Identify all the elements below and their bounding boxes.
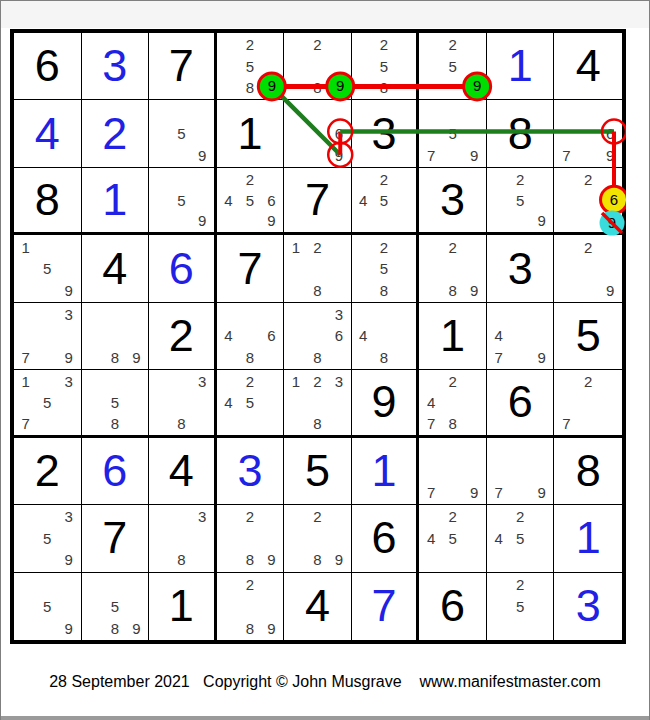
candidates: 159: [15, 236, 80, 300]
candidates: 79: [488, 439, 553, 503]
cell-r1c3[interactable]: 7: [149, 33, 217, 100]
candidate-9: 9: [192, 211, 213, 232]
candidates: 38: [150, 371, 213, 433]
given-digit: 4: [554, 33, 622, 99]
candidates: 245: [488, 506, 553, 570]
cell-r3c2[interactable]: 1: [82, 168, 150, 235]
candidates: 289: [218, 574, 283, 639]
candidate-2: 2: [239, 574, 261, 596]
candidate-2: 2: [577, 169, 599, 190]
candidates: 289: [285, 506, 350, 570]
cell-r6c3[interactable]: 38: [149, 370, 217, 437]
candidate-8: 8: [239, 77, 261, 98]
cell-r9c4[interactable]: 289: [217, 573, 285, 640]
solved-digit: 1: [82, 168, 149, 232]
cell-r5c6[interactable]: 48: [352, 303, 420, 370]
cell-r8c4[interactable]: 289: [217, 505, 285, 572]
candidate-3: 3: [328, 304, 350, 325]
candidates: 259: [420, 34, 485, 98]
candidate-9: 9: [126, 617, 148, 639]
cell-r1c6[interactable]: 258: [352, 33, 420, 100]
candidate-6: 6: [328, 123, 350, 144]
candidate-7: 7: [15, 347, 37, 368]
given-digit: 7: [284, 168, 351, 232]
given-digit: 4: [284, 573, 351, 640]
solved-digit: 3: [217, 438, 284, 504]
candidate-8: 8: [374, 279, 395, 300]
candidates: 289: [218, 506, 283, 570]
candidate-8: 8: [374, 77, 395, 98]
cell-r6c6[interactable]: 9: [352, 370, 420, 437]
candidate-3: 3: [192, 506, 213, 527]
solved-digit: 1: [487, 33, 554, 99]
given-digit: 8: [554, 438, 622, 504]
candidate-8: 8: [239, 347, 261, 368]
candidate-9: 9: [463, 144, 485, 165]
cell-r5c2[interactable]: 89: [82, 303, 150, 370]
cell-r8c3[interactable]: 38: [149, 505, 217, 572]
given-digit: 6: [487, 370, 554, 434]
candidates: 29: [555, 236, 621, 300]
candidates: 368: [285, 304, 350, 368]
candidate-2: 2: [442, 506, 464, 527]
candidates: 258: [353, 236, 416, 300]
candidate-8: 8: [442, 413, 464, 434]
cell-r3c8[interactable]: 259: [487, 168, 555, 235]
candidate-3: 3: [192, 371, 213, 392]
given-digit: 1: [419, 303, 486, 369]
candidate-6: 6: [261, 325, 283, 346]
solved-digit: 1: [352, 438, 417, 504]
candidate-9: 9: [463, 279, 485, 300]
cell-r4c5[interactable]: 128: [284, 235, 352, 302]
given-digit: 2: [14, 438, 81, 504]
candidate-5: 5: [37, 595, 59, 617]
candidate-2: 2: [374, 169, 395, 190]
cell-r1c4[interactable]: 2589: [217, 33, 285, 100]
given-digit: 4: [82, 235, 149, 301]
cell-r6c1[interactable]: 1357: [14, 370, 82, 437]
cell-r4c7[interactable]: 289: [419, 235, 487, 302]
candidates: 79: [420, 439, 485, 503]
candidate-4: 4: [420, 528, 442, 549]
candidate-9: 9: [599, 279, 621, 300]
cell-r8c8[interactable]: 245: [487, 505, 555, 572]
candidates: 259: [488, 169, 553, 231]
cell-r3c6[interactable]: 245: [352, 168, 420, 235]
cell-r9c9[interactable]: 3: [554, 573, 622, 640]
given-digit: 4: [149, 438, 214, 504]
cell-r4c8[interactable]: 3: [487, 235, 555, 302]
candidate-9: 9: [599, 211, 621, 232]
candidate-9: 9: [599, 144, 621, 165]
given-digit: 7: [217, 235, 284, 301]
cell-r6c4[interactable]: 245: [217, 370, 285, 437]
bottom-band: [1, 716, 649, 720]
candidate-5: 5: [374, 55, 395, 76]
given-digit: 5: [284, 438, 351, 504]
candidate-8: 8: [307, 347, 329, 368]
candidates: 1357: [15, 371, 80, 433]
cell-r2c6[interactable]: 3: [352, 100, 420, 167]
cell-r6c5[interactable]: 1238: [284, 370, 352, 437]
footer-text: 28 September 2021 Copyright © John Musgr…: [0, 673, 650, 691]
given-digit: 3: [352, 100, 417, 166]
candidate-7: 7: [488, 347, 510, 368]
cell-r3c7[interactable]: 3: [419, 168, 487, 235]
candidates: 679: [555, 101, 621, 165]
candidate-2: 2: [442, 371, 464, 392]
cell-r6c7[interactable]: 2478: [419, 370, 487, 437]
candidate-3: 3: [58, 304, 80, 325]
cell-r2c4[interactable]: 1: [217, 100, 285, 167]
candidate-2: 2: [307, 236, 329, 257]
candidates: 468: [218, 304, 283, 368]
candidate-2: 2: [239, 506, 261, 527]
candidate-4: 4: [218, 325, 240, 346]
cell-r6c8[interactable]: 6: [487, 370, 555, 437]
candidate-9: 9: [126, 347, 148, 368]
candidate-8: 8: [307, 549, 329, 570]
cell-r8c1[interactable]: 359: [14, 505, 82, 572]
cell-r7c8[interactable]: 79: [487, 438, 555, 505]
top-band: [1, 1, 649, 28]
candidate-9: 9: [58, 617, 80, 639]
solved-digit: 3: [82, 33, 149, 99]
candidate-8: 8: [307, 279, 329, 300]
cell-r9c3[interactable]: 1: [149, 573, 217, 640]
candidate-5: 5: [509, 595, 531, 617]
cell-r7c6[interactable]: 1: [352, 438, 420, 505]
candidate-7: 7: [488, 482, 510, 503]
candidate-8: 8: [374, 347, 395, 368]
candidate-9: 9: [261, 77, 283, 98]
candidate-2: 2: [509, 169, 531, 190]
cell-r6c2[interactable]: 58: [82, 370, 150, 437]
given-digit: 2: [149, 303, 214, 369]
candidate-5: 5: [442, 123, 464, 144]
candidate-1: 1: [285, 371, 307, 392]
cell-r8c5[interactable]: 289: [284, 505, 352, 572]
solved-digit: 6: [82, 438, 149, 504]
candidate-9: 9: [463, 77, 485, 98]
given-digit: 7: [82, 505, 149, 571]
candidates: 89: [83, 304, 148, 368]
candidate-8: 8: [104, 413, 126, 434]
candidates: 245: [420, 506, 485, 570]
candidate-2: 2: [442, 34, 464, 55]
candidate-6: 6: [599, 123, 621, 144]
cell-r9c2[interactable]: 589: [82, 573, 150, 640]
cell-r1c7[interactable]: 259: [419, 33, 487, 100]
candidate-5: 5: [374, 258, 395, 279]
given-digit: 1: [217, 100, 284, 166]
candidates: 589: [83, 574, 148, 639]
candidate-8: 8: [307, 77, 329, 98]
cell-r4c1[interactable]: 159: [14, 235, 82, 302]
cell-r9c5[interactable]: 4: [284, 573, 352, 640]
candidate-8: 8: [442, 279, 464, 300]
solved-digit: 6: [149, 235, 214, 301]
candidate-3: 3: [328, 371, 350, 392]
sudoku-board: 6372589289258259144259169357986798159245…: [10, 29, 626, 644]
cell-r3c3[interactable]: 59: [149, 168, 217, 235]
candidates: 245: [218, 371, 283, 433]
candidates: 2589: [218, 34, 283, 98]
candidate-7: 7: [555, 413, 577, 434]
candidate-9: 9: [531, 211, 553, 232]
given-digit: 3: [419, 168, 486, 232]
given-digit: 8: [487, 100, 554, 166]
candidate-2: 2: [239, 169, 261, 190]
candidate-7: 7: [420, 482, 442, 503]
cell-r7c7[interactable]: 79: [419, 438, 487, 505]
given-digit: 9: [352, 370, 417, 434]
cell-r3c4[interactable]: 24569: [217, 168, 285, 235]
cell-r3c1[interactable]: 8: [14, 168, 82, 235]
candidate-2: 2: [509, 506, 531, 527]
candidates: 25: [488, 574, 553, 639]
candidates: 269: [555, 169, 621, 231]
solved-digit: 3: [554, 573, 622, 640]
cell-r2c3[interactable]: 59: [149, 100, 217, 167]
cell-r1c1[interactable]: 6: [14, 33, 82, 100]
given-digit: 3: [487, 235, 554, 301]
candidate-4: 4: [488, 528, 510, 549]
candidates: 48: [353, 304, 416, 368]
candidate-5: 5: [239, 190, 261, 211]
cell-r5c5[interactable]: 368: [284, 303, 352, 370]
cell-r5c7[interactable]: 1: [419, 303, 487, 370]
candidate-9: 9: [531, 347, 553, 368]
candidates: 128: [285, 236, 350, 300]
candidate-5: 5: [239, 55, 261, 76]
solved-digit: 7: [352, 573, 417, 640]
candidate-5: 5: [374, 190, 395, 211]
given-digit: 7: [149, 33, 214, 99]
cell-r3c9[interactable]: 269: [554, 168, 622, 235]
candidate-5: 5: [442, 528, 464, 549]
candidate-8: 8: [239, 617, 261, 639]
candidate-1: 1: [285, 236, 307, 257]
cell-r7c2[interactable]: 6: [82, 438, 150, 505]
cell-r8c9[interactable]: 1: [554, 505, 622, 572]
candidates: 59: [150, 169, 213, 231]
cell-r2c5[interactable]: 69: [284, 100, 352, 167]
candidate-8: 8: [307, 413, 329, 434]
candidates: 27: [555, 371, 621, 433]
candidates: 359: [15, 506, 80, 570]
candidate-8: 8: [239, 549, 261, 570]
given-digit: 8: [14, 168, 81, 232]
cell-r9c7[interactable]: 6: [419, 573, 487, 640]
candidate-5: 5: [171, 190, 192, 211]
cell-r7c5[interactable]: 5: [284, 438, 352, 505]
solved-digit: 1: [554, 505, 622, 571]
candidate-9: 9: [58, 347, 80, 368]
cell-r2c2[interactable]: 2: [82, 100, 150, 167]
candidates: 38: [150, 506, 213, 570]
cell-r7c1[interactable]: 2: [14, 438, 82, 505]
candidate-3: 3: [58, 506, 80, 527]
cell-r3c5[interactable]: 7: [284, 168, 352, 235]
candidate-2: 2: [239, 371, 261, 392]
candidate-4: 4: [488, 325, 510, 346]
cell-r4c3[interactable]: 6: [149, 235, 217, 302]
candidate-9: 9: [531, 482, 553, 503]
candidate-1: 1: [15, 371, 37, 392]
candidate-5: 5: [239, 392, 261, 413]
candidate-9: 9: [328, 549, 350, 570]
candidate-2: 2: [509, 574, 531, 596]
given-digit: 1: [149, 573, 214, 640]
cell-r7c3[interactable]: 4: [149, 438, 217, 505]
cell-r8c2[interactable]: 7: [82, 505, 150, 572]
cell-r9c1[interactable]: 59: [14, 573, 82, 640]
candidates: 245: [353, 169, 416, 231]
candidate-9: 9: [261, 549, 283, 570]
candidate-1: 1: [15, 236, 37, 257]
candidates: 59: [150, 101, 213, 165]
candidate-6: 6: [328, 325, 350, 346]
candidate-5: 5: [509, 190, 531, 211]
candidate-2: 2: [577, 236, 599, 257]
candidate-7: 7: [420, 144, 442, 165]
candidates: 59: [15, 574, 80, 639]
candidate-5: 5: [509, 528, 531, 549]
cell-r1c8[interactable]: 1: [487, 33, 555, 100]
candidate-8: 8: [104, 347, 126, 368]
given-digit: 6: [14, 33, 81, 99]
cell-r5c3[interactable]: 2: [149, 303, 217, 370]
candidate-2: 2: [307, 34, 329, 55]
candidate-2: 2: [577, 371, 599, 392]
candidate-5: 5: [171, 123, 192, 144]
candidate-9: 9: [192, 144, 213, 165]
cell-r2c7[interactable]: 579: [419, 100, 487, 167]
candidate-8: 8: [104, 617, 126, 639]
candidate-5: 5: [37, 258, 59, 279]
cell-r5c8[interactable]: 479: [487, 303, 555, 370]
candidate-9: 9: [328, 144, 350, 165]
cell-r9c8[interactable]: 25: [487, 573, 555, 640]
cell-r4c4[interactable]: 7: [217, 235, 285, 302]
cell-r6c9[interactable]: 27: [554, 370, 622, 437]
candidates: 58: [83, 371, 148, 433]
cell-r2c9[interactable]: 679: [554, 100, 622, 167]
candidate-2: 2: [442, 236, 464, 257]
solved-digit: 4: [14, 100, 81, 166]
candidate-6: 6: [261, 190, 283, 211]
cell-r8c7[interactable]: 245: [419, 505, 487, 572]
candidate-2: 2: [307, 371, 329, 392]
candidate-4: 4: [353, 325, 374, 346]
candidate-4: 4: [420, 392, 442, 413]
cell-r5c4[interactable]: 468: [217, 303, 285, 370]
given-digit: 6: [352, 505, 417, 571]
given-digit: 5: [554, 303, 622, 369]
candidate-9: 9: [261, 617, 283, 639]
candidate-4: 4: [218, 190, 240, 211]
candidates: 289: [285, 34, 350, 98]
candidate-8: 8: [171, 549, 192, 570]
candidate-9: 9: [328, 77, 350, 98]
candidates: 579: [420, 101, 485, 165]
candidate-5: 5: [37, 528, 59, 549]
candidate-6: 6: [599, 190, 621, 211]
cell-r9c6[interactable]: 7: [352, 573, 420, 640]
cell-r7c9[interactable]: 8: [554, 438, 622, 505]
cell-r1c5[interactable]: 289: [284, 33, 352, 100]
candidate-5: 5: [37, 392, 59, 413]
candidate-5: 5: [104, 392, 126, 413]
cell-r4c9[interactable]: 29: [554, 235, 622, 302]
given-digit: 6: [419, 573, 486, 640]
candidate-4: 4: [218, 392, 240, 413]
candidate-2: 2: [307, 506, 329, 527]
candidates: 1238: [285, 371, 350, 433]
candidate-2: 2: [374, 34, 395, 55]
candidates: 289: [420, 236, 485, 300]
cell-r4c2[interactable]: 4: [82, 235, 150, 302]
candidate-8: 8: [171, 413, 192, 434]
candidate-7: 7: [420, 413, 442, 434]
candidates: 2478: [420, 371, 485, 433]
candidate-9: 9: [261, 211, 283, 232]
cell-r7c4[interactable]: 3: [217, 438, 285, 505]
candidate-9: 9: [463, 482, 485, 503]
candidates: 258: [353, 34, 416, 98]
candidates: 24569: [218, 169, 283, 231]
candidate-5: 5: [442, 55, 464, 76]
cell-r5c9[interactable]: 5: [554, 303, 622, 370]
candidate-7: 7: [15, 413, 37, 434]
solved-digit: 2: [82, 100, 149, 166]
candidate-7: 7: [555, 144, 577, 165]
candidate-9: 9: [58, 279, 80, 300]
cell-r2c8[interactable]: 8: [487, 100, 555, 167]
candidate-3: 3: [58, 371, 80, 392]
cell-r4c6[interactable]: 258: [352, 235, 420, 302]
candidate-9: 9: [58, 549, 80, 570]
candidates: 379: [15, 304, 80, 368]
candidate-2: 2: [374, 236, 395, 257]
candidate-4: 4: [353, 190, 374, 211]
candidate-5: 5: [104, 595, 126, 617]
candidates: 479: [488, 304, 553, 368]
cell-r5c1[interactable]: 379: [14, 303, 82, 370]
candidates: 69: [285, 101, 350, 165]
candidate-2: 2: [239, 34, 261, 55]
cell-r8c6[interactable]: 6: [352, 505, 420, 572]
cell-r1c2[interactable]: 3: [82, 33, 150, 100]
cell-r2c1[interactable]: 4: [14, 100, 82, 167]
cell-r1c9[interactable]: 4: [554, 33, 622, 100]
